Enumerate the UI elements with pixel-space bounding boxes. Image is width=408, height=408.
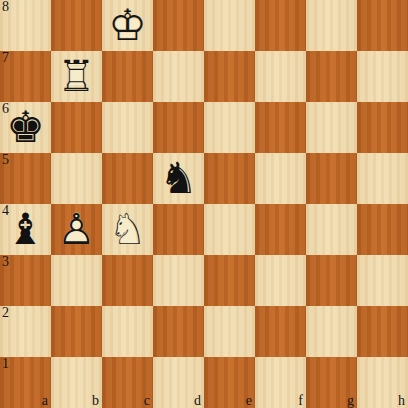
square-a3[interactable]: 3 <box>0 255 51 306</box>
square-h6[interactable] <box>357 102 408 153</box>
square-b1[interactable]: b <box>51 357 102 408</box>
square-a8[interactable]: 8 <box>0 0 51 51</box>
square-b3[interactable] <box>51 255 102 306</box>
black-knight-piece: ♞ <box>153 153 204 204</box>
white-rook-outline-icon: ♖ <box>51 51 102 102</box>
square-g7[interactable] <box>306 51 357 102</box>
square-f4[interactable] <box>255 204 306 255</box>
square-f3[interactable] <box>255 255 306 306</box>
file-label-g: g <box>347 393 354 408</box>
square-b6[interactable] <box>51 102 102 153</box>
square-c4[interactable]: ♞♘ <box>102 204 153 255</box>
rank-label-8: 8 <box>2 0 9 15</box>
square-h5[interactable] <box>357 153 408 204</box>
white-pawn-piece: ♟♙ <box>51 204 102 255</box>
square-d5[interactable]: ♞ <box>153 153 204 204</box>
square-c7[interactable] <box>102 51 153 102</box>
square-g3[interactable] <box>306 255 357 306</box>
rank-label-6: 6 <box>2 102 9 117</box>
square-a1[interactable]: 1a <box>0 357 51 408</box>
white-knight-piece: ♞♘ <box>102 204 153 255</box>
square-h8[interactable] <box>357 0 408 51</box>
square-h1[interactable]: h <box>357 357 408 408</box>
square-a5[interactable]: 5 <box>0 153 51 204</box>
square-g4[interactable] <box>306 204 357 255</box>
square-b4[interactable]: ♟♙ <box>51 204 102 255</box>
square-e2[interactable] <box>204 306 255 357</box>
chess-board: 8♚♔7♜♖6♚5♞4♝♟♙♞♘321abcdefgh <box>0 0 408 408</box>
rank-label-2: 2 <box>2 306 9 321</box>
square-g1[interactable]: g <box>306 357 357 408</box>
file-label-a: a <box>42 393 48 408</box>
square-c8[interactable]: ♚♔ <box>102 0 153 51</box>
file-label-h: h <box>398 393 405 408</box>
square-e4[interactable] <box>204 204 255 255</box>
square-f8[interactable] <box>255 0 306 51</box>
square-b8[interactable] <box>51 0 102 51</box>
square-a2[interactable]: 2 <box>0 306 51 357</box>
square-f5[interactable] <box>255 153 306 204</box>
white-rook-piece: ♜♖ <box>51 51 102 102</box>
square-a7[interactable]: 7 <box>0 51 51 102</box>
square-g5[interactable] <box>306 153 357 204</box>
square-d6[interactable] <box>153 102 204 153</box>
square-e6[interactable] <box>204 102 255 153</box>
rank-label-5: 5 <box>2 153 9 168</box>
white-king-outline-icon: ♔ <box>102 0 153 51</box>
file-label-f: f <box>298 393 303 408</box>
square-b7[interactable]: ♜♖ <box>51 51 102 102</box>
square-g8[interactable] <box>306 0 357 51</box>
rank-label-7: 7 <box>2 51 9 66</box>
square-a4[interactable]: 4♝ <box>0 204 51 255</box>
square-e5[interactable] <box>204 153 255 204</box>
square-d2[interactable] <box>153 306 204 357</box>
square-a6[interactable]: 6♚ <box>0 102 51 153</box>
square-d4[interactable] <box>153 204 204 255</box>
square-f2[interactable] <box>255 306 306 357</box>
square-e7[interactable] <box>204 51 255 102</box>
rank-label-1: 1 <box>2 357 9 372</box>
square-h2[interactable] <box>357 306 408 357</box>
square-f6[interactable] <box>255 102 306 153</box>
file-label-e: e <box>246 393 252 408</box>
black-knight-icon: ♞ <box>153 153 204 204</box>
square-b2[interactable] <box>51 306 102 357</box>
rank-label-3: 3 <box>2 255 9 270</box>
square-f1[interactable]: f <box>255 357 306 408</box>
square-c1[interactable]: c <box>102 357 153 408</box>
square-e8[interactable] <box>204 0 255 51</box>
square-h3[interactable] <box>357 255 408 306</box>
white-pawn-outline-icon: ♙ <box>51 204 102 255</box>
square-g6[interactable] <box>306 102 357 153</box>
white-king-piece: ♚♔ <box>102 0 153 51</box>
white-knight-outline-icon: ♘ <box>102 204 153 255</box>
square-d1[interactable]: d <box>153 357 204 408</box>
square-c6[interactable] <box>102 102 153 153</box>
square-e1[interactable]: e <box>204 357 255 408</box>
square-h7[interactable] <box>357 51 408 102</box>
square-d8[interactable] <box>153 0 204 51</box>
square-g2[interactable] <box>306 306 357 357</box>
rank-label-4: 4 <box>2 204 9 219</box>
square-b5[interactable] <box>51 153 102 204</box>
file-label-c: c <box>144 393 150 408</box>
square-c2[interactable] <box>102 306 153 357</box>
square-c5[interactable] <box>102 153 153 204</box>
square-d7[interactable] <box>153 51 204 102</box>
square-d3[interactable] <box>153 255 204 306</box>
square-h4[interactable] <box>357 204 408 255</box>
square-e3[interactable] <box>204 255 255 306</box>
square-c3[interactable] <box>102 255 153 306</box>
file-label-d: d <box>194 393 201 408</box>
file-label-b: b <box>92 393 99 408</box>
square-f7[interactable] <box>255 51 306 102</box>
